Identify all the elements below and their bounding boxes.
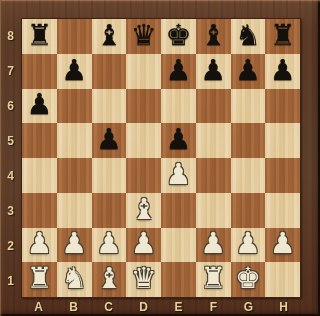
piece-white-bishop-c1[interactable]: ♝ [96, 264, 122, 293]
piece-black-queen-d8[interactable]: ♛ [131, 21, 157, 50]
square-f3[interactable] [196, 193, 231, 228]
square-a7[interactable] [22, 54, 57, 89]
square-f1[interactable]: ♜ [196, 262, 231, 297]
square-d6[interactable] [126, 89, 161, 124]
square-a5[interactable] [22, 123, 57, 158]
piece-white-king-g1[interactable]: ♚ [235, 264, 261, 293]
piece-black-king-e8[interactable]: ♚ [165, 21, 191, 50]
file-label-f: F [196, 297, 231, 316]
file-label-d: D [126, 297, 161, 316]
file-label-b: B [56, 297, 91, 316]
square-b1[interactable]: ♞ [57, 262, 92, 297]
square-a2[interactable]: ♟ [22, 228, 57, 263]
square-g2[interactable]: ♟ [231, 228, 266, 263]
square-c1[interactable]: ♝ [92, 262, 127, 297]
square-a3[interactable] [22, 193, 57, 228]
square-b6[interactable] [57, 89, 92, 124]
piece-black-pawn-a6[interactable]: ♟ [26, 90, 52, 119]
piece-white-pawn-f2[interactable]: ♟ [200, 229, 226, 258]
square-f4[interactable] [196, 158, 231, 193]
file-label-a: A [21, 297, 56, 316]
square-g5[interactable] [231, 123, 266, 158]
piece-white-queen-d1[interactable]: ♛ [131, 264, 157, 293]
square-a8[interactable]: ♜ [22, 19, 57, 54]
square-f5[interactable] [196, 123, 231, 158]
square-h1[interactable] [265, 262, 300, 297]
square-f8[interactable]: ♝ [196, 19, 231, 54]
piece-white-pawn-g2[interactable]: ♟ [235, 229, 261, 258]
square-e6[interactable] [161, 89, 196, 124]
piece-black-pawn-h7[interactable]: ♟ [270, 56, 296, 85]
square-e2[interactable] [161, 228, 196, 263]
square-c4[interactable] [92, 158, 127, 193]
square-b2[interactable]: ♟ [57, 228, 92, 263]
square-h2[interactable]: ♟ [265, 228, 300, 263]
piece-black-rook-h8[interactable]: ♜ [270, 21, 296, 50]
square-d3[interactable]: ♝ [126, 193, 161, 228]
file-label-h: H [266, 297, 301, 316]
square-a1[interactable]: ♜ [22, 262, 57, 297]
rank-label-2: 2 [0, 228, 21, 263]
square-e3[interactable] [161, 193, 196, 228]
piece-black-pawn-e7[interactable]: ♟ [165, 56, 191, 85]
piece-black-knight-g8[interactable]: ♞ [235, 21, 261, 50]
rank-label-3: 3 [0, 193, 21, 228]
square-g1[interactable]: ♚ [231, 262, 266, 297]
square-g6[interactable] [231, 89, 266, 124]
square-d5[interactable] [126, 123, 161, 158]
rank-labels: 87654321 [0, 18, 21, 298]
square-b3[interactable] [57, 193, 92, 228]
square-c8[interactable]: ♝ [92, 19, 127, 54]
square-h7[interactable]: ♟ [265, 54, 300, 89]
square-e4[interactable]: ♟ [161, 158, 196, 193]
file-labels: ABCDEFGH [21, 297, 301, 316]
piece-white-pawn-d2[interactable]: ♟ [131, 229, 157, 258]
square-g4[interactable] [231, 158, 266, 193]
piece-black-pawn-f7[interactable]: ♟ [200, 56, 226, 85]
square-c6[interactable] [92, 89, 127, 124]
square-f6[interactable] [196, 89, 231, 124]
piece-black-rook-a8[interactable]: ♜ [26, 21, 52, 50]
piece-black-pawn-e5[interactable]: ♟ [165, 125, 191, 154]
square-b5[interactable] [57, 123, 92, 158]
square-a4[interactable] [22, 158, 57, 193]
square-d7[interactable] [126, 54, 161, 89]
piece-white-pawn-h2[interactable]: ♟ [270, 229, 296, 258]
square-a6[interactable]: ♟ [22, 89, 57, 124]
square-d4[interactable] [126, 158, 161, 193]
square-g3[interactable] [231, 193, 266, 228]
square-h5[interactable] [265, 123, 300, 158]
square-f2[interactable]: ♟ [196, 228, 231, 263]
piece-white-pawn-b2[interactable]: ♟ [61, 229, 87, 258]
rank-label-6: 6 [0, 88, 21, 123]
square-b4[interactable] [57, 158, 92, 193]
piece-white-pawn-e4[interactable]: ♟ [165, 160, 191, 189]
chess-board-frame: 87654321 ♜♝♛♚♝♞♜♟♟♟♟♟♟♟♟♟♝♟♟♟♟♟♟♟♜♞♝♛♜♚ … [0, 0, 320, 316]
square-g8[interactable]: ♞ [231, 19, 266, 54]
piece-white-rook-f1[interactable]: ♜ [200, 264, 226, 293]
square-c5[interactable]: ♟ [92, 123, 127, 158]
square-e7[interactable]: ♟ [161, 54, 196, 89]
piece-black-bishop-c8[interactable]: ♝ [96, 21, 122, 50]
file-label-e: E [161, 297, 196, 316]
rank-label-4: 4 [0, 158, 21, 193]
piece-white-bishop-d3[interactable]: ♝ [131, 195, 157, 224]
square-d1[interactable]: ♛ [126, 262, 161, 297]
chess-board: ♜♝♛♚♝♞♜♟♟♟♟♟♟♟♟♟♝♟♟♟♟♟♟♟♜♞♝♛♜♚ [21, 18, 301, 298]
square-c3[interactable] [92, 193, 127, 228]
square-h4[interactable] [265, 158, 300, 193]
square-d8[interactable]: ♛ [126, 19, 161, 54]
square-c7[interactable] [92, 54, 127, 89]
square-h6[interactable] [265, 89, 300, 124]
square-e8[interactable]: ♚ [161, 19, 196, 54]
piece-white-pawn-a2[interactable]: ♟ [26, 229, 52, 258]
piece-white-rook-a1[interactable]: ♜ [26, 264, 52, 293]
square-e1[interactable] [161, 262, 196, 297]
rank-label-1: 1 [0, 263, 21, 298]
square-b7[interactable]: ♟ [57, 54, 92, 89]
file-label-c: C [91, 297, 126, 316]
rank-label-5: 5 [0, 123, 21, 158]
rank-label-7: 7 [0, 53, 21, 88]
square-c2[interactable]: ♟ [92, 228, 127, 263]
piece-black-bishop-f8[interactable]: ♝ [200, 21, 226, 50]
piece-black-pawn-b7[interactable]: ♟ [61, 56, 87, 85]
square-f7[interactable]: ♟ [196, 54, 231, 89]
square-b8[interactable] [57, 19, 92, 54]
piece-black-pawn-g7[interactable]: ♟ [235, 56, 261, 85]
file-label-g: G [231, 297, 266, 316]
square-h3[interactable] [265, 193, 300, 228]
piece-white-knight-b1[interactable]: ♞ [61, 264, 87, 293]
square-g7[interactable]: ♟ [231, 54, 266, 89]
square-d2[interactable]: ♟ [126, 228, 161, 263]
piece-white-pawn-c2[interactable]: ♟ [96, 229, 122, 258]
square-h8[interactable]: ♜ [265, 19, 300, 54]
square-e5[interactable]: ♟ [161, 123, 196, 158]
piece-black-pawn-c5[interactable]: ♟ [96, 125, 122, 154]
rank-label-8: 8 [0, 18, 21, 53]
